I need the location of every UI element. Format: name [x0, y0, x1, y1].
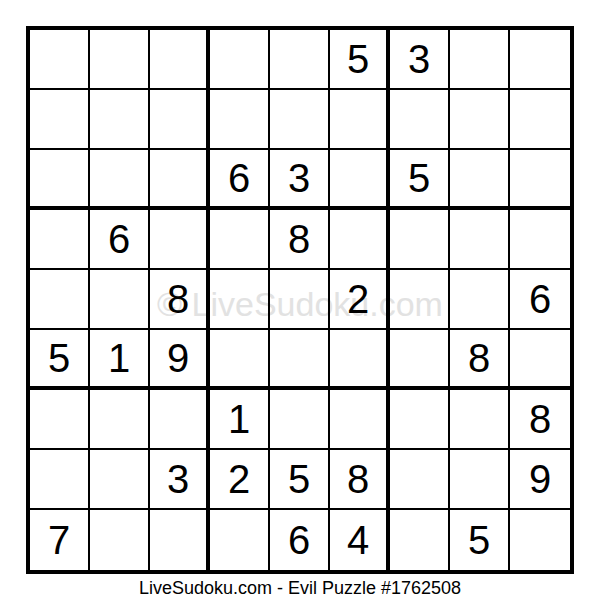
- cell-r6c7[interactable]: [390, 330, 450, 390]
- cell-r4c5: 8: [270, 210, 330, 270]
- cell-r9c6: 4: [330, 510, 390, 570]
- cell-r4c9[interactable]: [510, 210, 570, 270]
- cell-r8c2[interactable]: [90, 450, 150, 510]
- cell-r4c1[interactable]: [30, 210, 90, 270]
- cell-r6c6[interactable]: [330, 330, 390, 390]
- cell-r3c6[interactable]: [330, 150, 390, 210]
- cell-r5c1[interactable]: [30, 270, 90, 330]
- cell-r6c9[interactable]: [510, 330, 570, 390]
- cell-r2c7[interactable]: [390, 90, 450, 150]
- cell-r1c4[interactable]: [210, 30, 270, 90]
- cell-r9c5: 6: [270, 510, 330, 570]
- cell-r7c8[interactable]: [450, 390, 510, 450]
- cell-r6c8: 8: [450, 330, 510, 390]
- cell-r1c6: 5: [330, 30, 390, 90]
- cell-r7c1[interactable]: [30, 390, 90, 450]
- caption: LiveSudoku.com - Evil Puzzle #1762508: [0, 578, 600, 599]
- cell-r3c3[interactable]: [150, 150, 210, 210]
- cell-r8c5: 5: [270, 450, 330, 510]
- cell-r4c4[interactable]: [210, 210, 270, 270]
- cell-r5c3: 8: [150, 270, 210, 330]
- cell-r6c2: 1: [90, 330, 150, 390]
- cell-r3c1[interactable]: [30, 150, 90, 210]
- cell-r3c5: 3: [270, 150, 330, 210]
- cell-r9c8: 5: [450, 510, 510, 570]
- cell-r3c8[interactable]: [450, 150, 510, 210]
- cell-r5c7[interactable]: [390, 270, 450, 330]
- cell-r6c3: 9: [150, 330, 210, 390]
- cell-r2c8[interactable]: [450, 90, 510, 150]
- cell-r7c6[interactable]: [330, 390, 390, 450]
- cell-r7c2[interactable]: [90, 390, 150, 450]
- cell-r2c5[interactable]: [270, 90, 330, 150]
- cell-r4c6[interactable]: [330, 210, 390, 270]
- cell-r1c7: 3: [390, 30, 450, 90]
- cell-r5c6: 2: [330, 270, 390, 330]
- page: © LiveSudoku.com 53635688265198183258976…: [0, 0, 600, 615]
- cell-r7c9: 8: [510, 390, 570, 450]
- cell-r2c6[interactable]: [330, 90, 390, 150]
- cell-r5c2[interactable]: [90, 270, 150, 330]
- cell-r9c4[interactable]: [210, 510, 270, 570]
- cell-r8c7[interactable]: [390, 450, 450, 510]
- cell-r1c8[interactable]: [450, 30, 510, 90]
- cell-r8c6: 8: [330, 450, 390, 510]
- cell-r9c7[interactable]: [390, 510, 450, 570]
- cell-r5c5[interactable]: [270, 270, 330, 330]
- cell-r4c2: 6: [90, 210, 150, 270]
- cell-r7c5[interactable]: [270, 390, 330, 450]
- cell-r1c2[interactable]: [90, 30, 150, 90]
- cell-r2c3[interactable]: [150, 90, 210, 150]
- cell-r3c7: 5: [390, 150, 450, 210]
- cell-r6c1: 5: [30, 330, 90, 390]
- sudoku-board: © LiveSudoku.com 53635688265198183258976…: [26, 26, 574, 574]
- cell-r5c8[interactable]: [450, 270, 510, 330]
- cell-r1c1[interactable]: [30, 30, 90, 90]
- cell-r7c3[interactable]: [150, 390, 210, 450]
- cell-r2c2[interactable]: [90, 90, 150, 150]
- cell-r3c4: 6: [210, 150, 270, 210]
- cell-r3c9[interactable]: [510, 150, 570, 210]
- cell-r4c8[interactable]: [450, 210, 510, 270]
- cell-r8c9: 9: [510, 450, 570, 510]
- cell-r2c4[interactable]: [210, 90, 270, 150]
- cell-r1c9[interactable]: [510, 30, 570, 90]
- cell-r2c1[interactable]: [30, 90, 90, 150]
- cell-r8c8[interactable]: [450, 450, 510, 510]
- cell-r6c4[interactable]: [210, 330, 270, 390]
- cell-r4c3[interactable]: [150, 210, 210, 270]
- cell-r8c1[interactable]: [30, 450, 90, 510]
- cell-r8c4: 2: [210, 450, 270, 510]
- cell-r1c3[interactable]: [150, 30, 210, 90]
- cell-r6c5[interactable]: [270, 330, 330, 390]
- cell-r2c9[interactable]: [510, 90, 570, 150]
- cell-r9c1: 7: [30, 510, 90, 570]
- cell-r5c4[interactable]: [210, 270, 270, 330]
- cell-r5c9: 6: [510, 270, 570, 330]
- cell-r4c7[interactable]: [390, 210, 450, 270]
- cell-r9c9[interactable]: [510, 510, 570, 570]
- cell-r9c3[interactable]: [150, 510, 210, 570]
- cell-r7c4: 1: [210, 390, 270, 450]
- cell-r3c2[interactable]: [90, 150, 150, 210]
- cell-r1c5[interactable]: [270, 30, 330, 90]
- cell-r8c3: 3: [150, 450, 210, 510]
- cell-r7c7[interactable]: [390, 390, 450, 450]
- cell-r9c2[interactable]: [90, 510, 150, 570]
